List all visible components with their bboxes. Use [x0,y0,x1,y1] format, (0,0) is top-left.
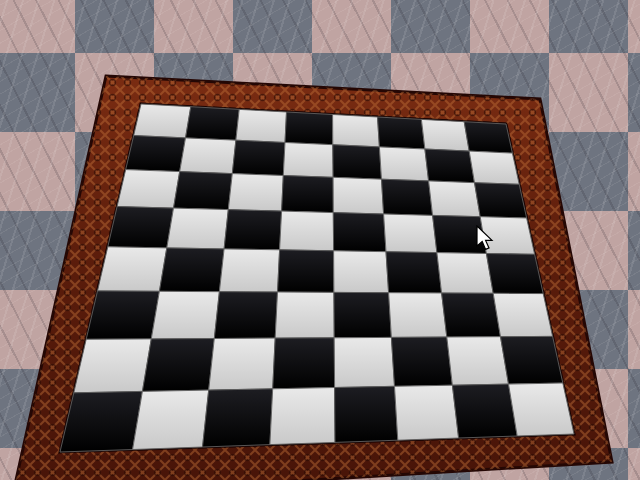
piece-black-pawn-a7[interactable]: ♟ [136,109,173,175]
piece-black-queen-d8[interactable]: ♛ [285,66,333,153]
piece-black-pawn-h7[interactable]: ♟ [479,127,513,188]
piece-black-pawn-f6[interactable]: ♟ [389,152,427,220]
piece-black-pawn-e5[interactable]: ♟ [339,183,380,257]
piece-white-queen-e1[interactable]: ♛ [323,303,409,458]
square-a4[interactable] [98,247,167,291]
square-b5[interactable] [167,208,229,249]
piece-white-pawn-c2[interactable]: ♟ [214,297,269,397]
piece-black-king-e8[interactable]: ♚ [330,62,383,157]
square-a5[interactable] [108,207,174,248]
piece-white-pawn-d4[interactable]: ♟ [283,217,328,299]
square-h5[interactable] [480,217,534,255]
piece-white-pawn-b2[interactable]: ♟ [149,297,205,398]
square-g8[interactable] [421,119,469,151]
square-b4[interactable] [159,248,224,292]
piece-black-pawn-b7[interactable]: ♟ [189,112,225,177]
square-g7[interactable] [425,149,475,183]
square-g6[interactable] [429,181,481,217]
game-screen: ♜♛♚♜♟♟♟♟♟♟♝♞♟♟♞♟♟♟♟♟♟♚♜♛♜ [0,0,640,480]
piece-black-bishop-c5[interactable]: ♝ [225,158,281,259]
piece-white-rook-a1[interactable]: ♜ [64,335,134,461]
